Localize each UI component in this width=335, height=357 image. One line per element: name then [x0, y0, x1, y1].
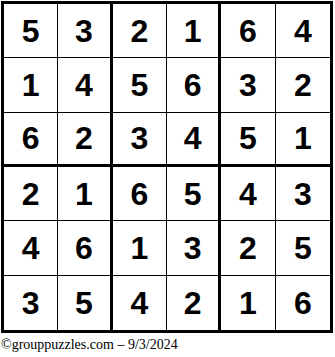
cell-r5c5: 2: [221, 221, 275, 275]
cell-r2c3: 5: [113, 58, 167, 112]
cell-r6c3: 4: [113, 276, 167, 330]
cell-r4c1: 2: [4, 167, 58, 221]
cell-r6c5: 1: [221, 276, 275, 330]
cell-r3c4: 4: [167, 113, 221, 167]
cell-r5c3: 1: [113, 221, 167, 275]
cell-r5c4: 3: [167, 221, 221, 275]
cell-r4c5: 4: [221, 167, 275, 221]
cell-r5c6: 5: [276, 221, 330, 275]
cell-r2c5: 3: [221, 58, 275, 112]
cell-r1c4: 1: [167, 4, 221, 58]
cell-r6c4: 2: [167, 276, 221, 330]
cell-r3c2: 2: [58, 113, 112, 167]
cell-r6c6: 6: [276, 276, 330, 330]
cell-r3c6: 1: [276, 113, 330, 167]
cell-r3c3: 3: [113, 113, 167, 167]
cell-r2c6: 2: [276, 58, 330, 112]
cell-r2c4: 6: [167, 58, 221, 112]
cell-r1c3: 2: [113, 4, 167, 58]
cell-r1c5: 6: [221, 4, 275, 58]
cell-r2c1: 1: [4, 58, 58, 112]
cell-r1c6: 4: [276, 4, 330, 58]
sudoku-board: 532164145632623451216543461325354216: [1, 1, 333, 333]
cell-r4c3: 6: [113, 167, 167, 221]
cell-r4c4: 5: [167, 167, 221, 221]
cell-r3c5: 5: [221, 113, 275, 167]
cell-r1c2: 3: [58, 4, 112, 58]
cell-r4c2: 1: [58, 167, 112, 221]
copyright-footer: ©grouppuzzles.com – 9/3/2024: [1, 337, 178, 353]
cell-r4c6: 3: [276, 167, 330, 221]
cell-r5c1: 4: [4, 221, 58, 275]
cell-r1c1: 5: [4, 4, 58, 58]
cell-r6c2: 5: [58, 276, 112, 330]
cell-r3c1: 6: [4, 113, 58, 167]
cell-r2c2: 4: [58, 58, 112, 112]
cell-r5c2: 6: [58, 221, 112, 275]
cell-r6c1: 3: [4, 276, 58, 330]
